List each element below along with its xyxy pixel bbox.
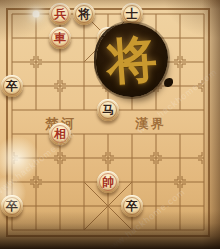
piece-red-chariot-c2r1[interactable]: 車: [49, 27, 71, 49]
piece-glyph: 帥: [102, 176, 114, 188]
piece-glyph: 車: [54, 32, 66, 44]
piece-black-advisor-c5r0[interactable]: 士: [121, 3, 143, 25]
piece-red-general-c4r7[interactable]: 帥: [97, 171, 119, 193]
piece-glyph: 士: [126, 8, 138, 20]
piece-black-soldier-c0r8[interactable]: 卒: [1, 195, 23, 217]
piece-black-horse-c4r4[interactable]: 马: [97, 99, 119, 121]
check-character: 将: [105, 33, 158, 86]
piece-glyph: 将: [78, 8, 90, 20]
piece-red-soldier-c2r0[interactable]: 兵: [49, 3, 71, 25]
check-announcement-badge: 将: [96, 23, 168, 97]
piece-glyph: 卒: [126, 200, 138, 212]
piece-glyph: 马: [102, 104, 114, 116]
piece-glyph: 相: [54, 128, 66, 140]
piece-glyph: 兵: [54, 8, 66, 20]
last-move-origin-marker: [33, 11, 40, 18]
xiangqi-game-screen: 楚河 漢界 兵車相帥将士士马卒卒卒 将 www.hackhome.com www…: [0, 0, 220, 249]
piece-black-general-c3r0[interactable]: 将: [73, 3, 95, 25]
piece-black-soldier-c0r3[interactable]: 卒: [1, 75, 23, 97]
piece-black-soldier-c5r8[interactable]: 卒: [121, 195, 143, 217]
piece-red-elephant-c2r5[interactable]: 相: [49, 123, 71, 145]
piece-glyph: 卒: [6, 200, 18, 212]
piece-glyph: 卒: [6, 80, 18, 92]
